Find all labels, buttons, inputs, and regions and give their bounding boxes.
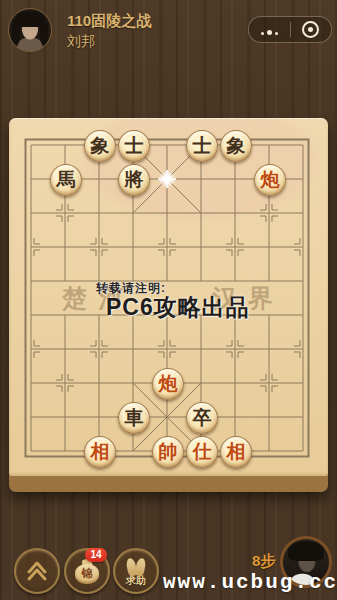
piece-red-炮[interactable]: 炮 bbox=[254, 164, 286, 196]
piece-black-士[interactable]: 士 bbox=[186, 130, 218, 162]
more-dots-icon bbox=[261, 21, 278, 39]
piece-black-將[interactable]: 將 bbox=[118, 164, 150, 196]
piece-black-馬[interactable]: 馬 bbox=[50, 164, 82, 196]
watermark-note-line2: PC6攻略出品 bbox=[106, 292, 250, 323]
piece-red-炮[interactable]: 炮 bbox=[152, 368, 184, 400]
player-name: 刘邦 bbox=[67, 33, 95, 51]
miniprogram-capsule bbox=[248, 16, 332, 43]
praying-hands-icon: 求助 bbox=[123, 557, 149, 585]
piece-black-士[interactable]: 士 bbox=[118, 130, 150, 162]
steps-counter: 8步 bbox=[252, 552, 275, 571]
site-watermark: www.ucbug.cc bbox=[163, 571, 337, 594]
piece-red-帥[interactable]: 帥 bbox=[152, 436, 184, 468]
help-label: 求助 bbox=[119, 574, 153, 588]
more-button[interactable] bbox=[249, 17, 290, 42]
bag-character: 锦 bbox=[74, 566, 100, 581]
exit-circle-icon bbox=[302, 21, 319, 38]
ask-help-button[interactable]: 求助 bbox=[113, 548, 159, 594]
piece-red-仕[interactable]: 仕 bbox=[186, 436, 218, 468]
hint-count-badge: 14 bbox=[85, 548, 107, 562]
piece-black-車[interactable]: 車 bbox=[118, 402, 150, 434]
xiangqi-board[interactable]: 楚河 汉界 转载请注明: PC6攻略出品 象士士象馬將炮炮車卒相帥仕相 bbox=[9, 118, 328, 492]
collapse-menu-button[interactable] bbox=[14, 548, 60, 594]
piece-red-相[interactable]: 相 bbox=[220, 436, 252, 468]
piece-black-象[interactable]: 象 bbox=[84, 130, 116, 162]
player-avatar[interactable] bbox=[8, 8, 52, 52]
piece-red-相[interactable]: 相 bbox=[84, 436, 116, 468]
piece-black-象[interactable]: 象 bbox=[220, 130, 252, 162]
level-title: 110固陵之战 bbox=[67, 12, 151, 31]
exit-button[interactable] bbox=[291, 17, 332, 42]
highlight-marker bbox=[158, 170, 176, 188]
piece-black-卒[interactable]: 卒 bbox=[186, 402, 218, 434]
chevron-mountain-icon bbox=[25, 560, 49, 582]
